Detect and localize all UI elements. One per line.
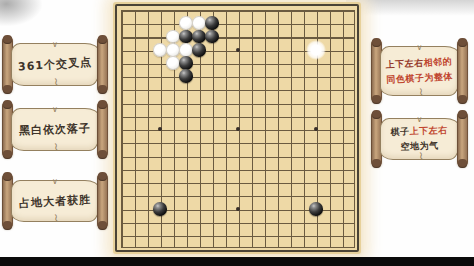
rule-text-line: 棋子上下左右 [390, 123, 447, 140]
scroll-roller-right-icon [97, 173, 108, 229]
scroll-paper: 黑白依次落子 [11, 108, 99, 151]
scroll-roller-right-icon [97, 36, 108, 93]
gray-smudge-top-right [346, 0, 474, 16]
video-frame: 361个交叉点 黑白依次落子 占地大者获胜 上下左右相邻的 同色棋子为整体 [0, 0, 474, 266]
scroll-roller-right-icon [457, 111, 468, 167]
white-stone [166, 30, 180, 44]
rule-text-territory-wins: 占地大者获胜 [19, 192, 92, 211]
black-stone [179, 30, 193, 44]
star-point [314, 127, 318, 131]
rule-text: 棋子 [391, 126, 410, 137]
black-stone [192, 43, 206, 57]
rule-text: 同色棋子为整体 [386, 71, 453, 84]
rule-text: 黑白依次落子 [19, 122, 91, 138]
white-glow-highlight [306, 40, 326, 60]
white-stone [192, 16, 206, 30]
star-point [158, 127, 162, 131]
star-point [236, 127, 240, 131]
scroll-paper: 上下左右相邻的 同色棋子为整体 [380, 46, 459, 96]
scroll-rule-territory-wins: 占地大者获胜 [2, 173, 108, 229]
stones-layer [115, 3, 362, 255]
rule-text: 空地为气 [401, 140, 439, 151]
black-stone [179, 69, 193, 83]
black-stone [179, 56, 193, 70]
scroll-rule-alternate-turns: 黑白依次落子 [2, 101, 108, 158]
black-stone [205, 16, 219, 30]
rule-text-alternate-turns: 黑白依次落子 [19, 121, 91, 139]
scroll-roller-right-icon [97, 101, 108, 158]
scroll-paper: 占地大者获胜 [11, 180, 99, 222]
rule-text: 361个交叉点 [18, 55, 93, 73]
go-board [113, 2, 361, 254]
video-letterbox-bar [0, 257, 474, 266]
gray-smudge-top-left [0, 0, 42, 26]
scroll-paper: 棋子上下左右 空地为气 [380, 118, 459, 160]
white-stone [166, 56, 180, 70]
rule-text-connected-group: 上下左右相邻的 同色棋子为整体 [386, 54, 454, 87]
rule-text-liberties: 棋子上下左右 空地为气 [390, 123, 448, 155]
rule-text: 占地大者获胜 [19, 193, 92, 210]
black-stone [309, 202, 323, 216]
black-stone [205, 30, 219, 44]
rule-text: 上下左右 [410, 125, 448, 136]
rule-text: 上下左右 [386, 58, 424, 70]
star-point [236, 207, 240, 211]
rule-text-line: 空地为气 [391, 138, 448, 155]
white-stone [179, 43, 193, 57]
scroll-paper: 361个交叉点 [11, 43, 99, 86]
star-point [236, 48, 240, 52]
white-stone [179, 16, 193, 30]
scroll-rule-361-intersections: 361个交叉点 [2, 36, 108, 93]
rule-text-line: 同色棋子为整体 [386, 69, 453, 87]
scroll-rule-liberties: 棋子上下左右 空地为气 [371, 111, 468, 167]
rule-text-361-intersections: 361个交叉点 [18, 54, 93, 74]
scroll-roller-right-icon [457, 39, 468, 103]
black-stone [192, 30, 206, 44]
white-stone [153, 43, 167, 57]
black-stone [153, 202, 167, 216]
white-stone [166, 43, 180, 57]
scroll-rule-connected-group: 上下左右相邻的 同色棋子为整体 [371, 39, 468, 103]
rule-text: 相邻的 [424, 56, 453, 67]
